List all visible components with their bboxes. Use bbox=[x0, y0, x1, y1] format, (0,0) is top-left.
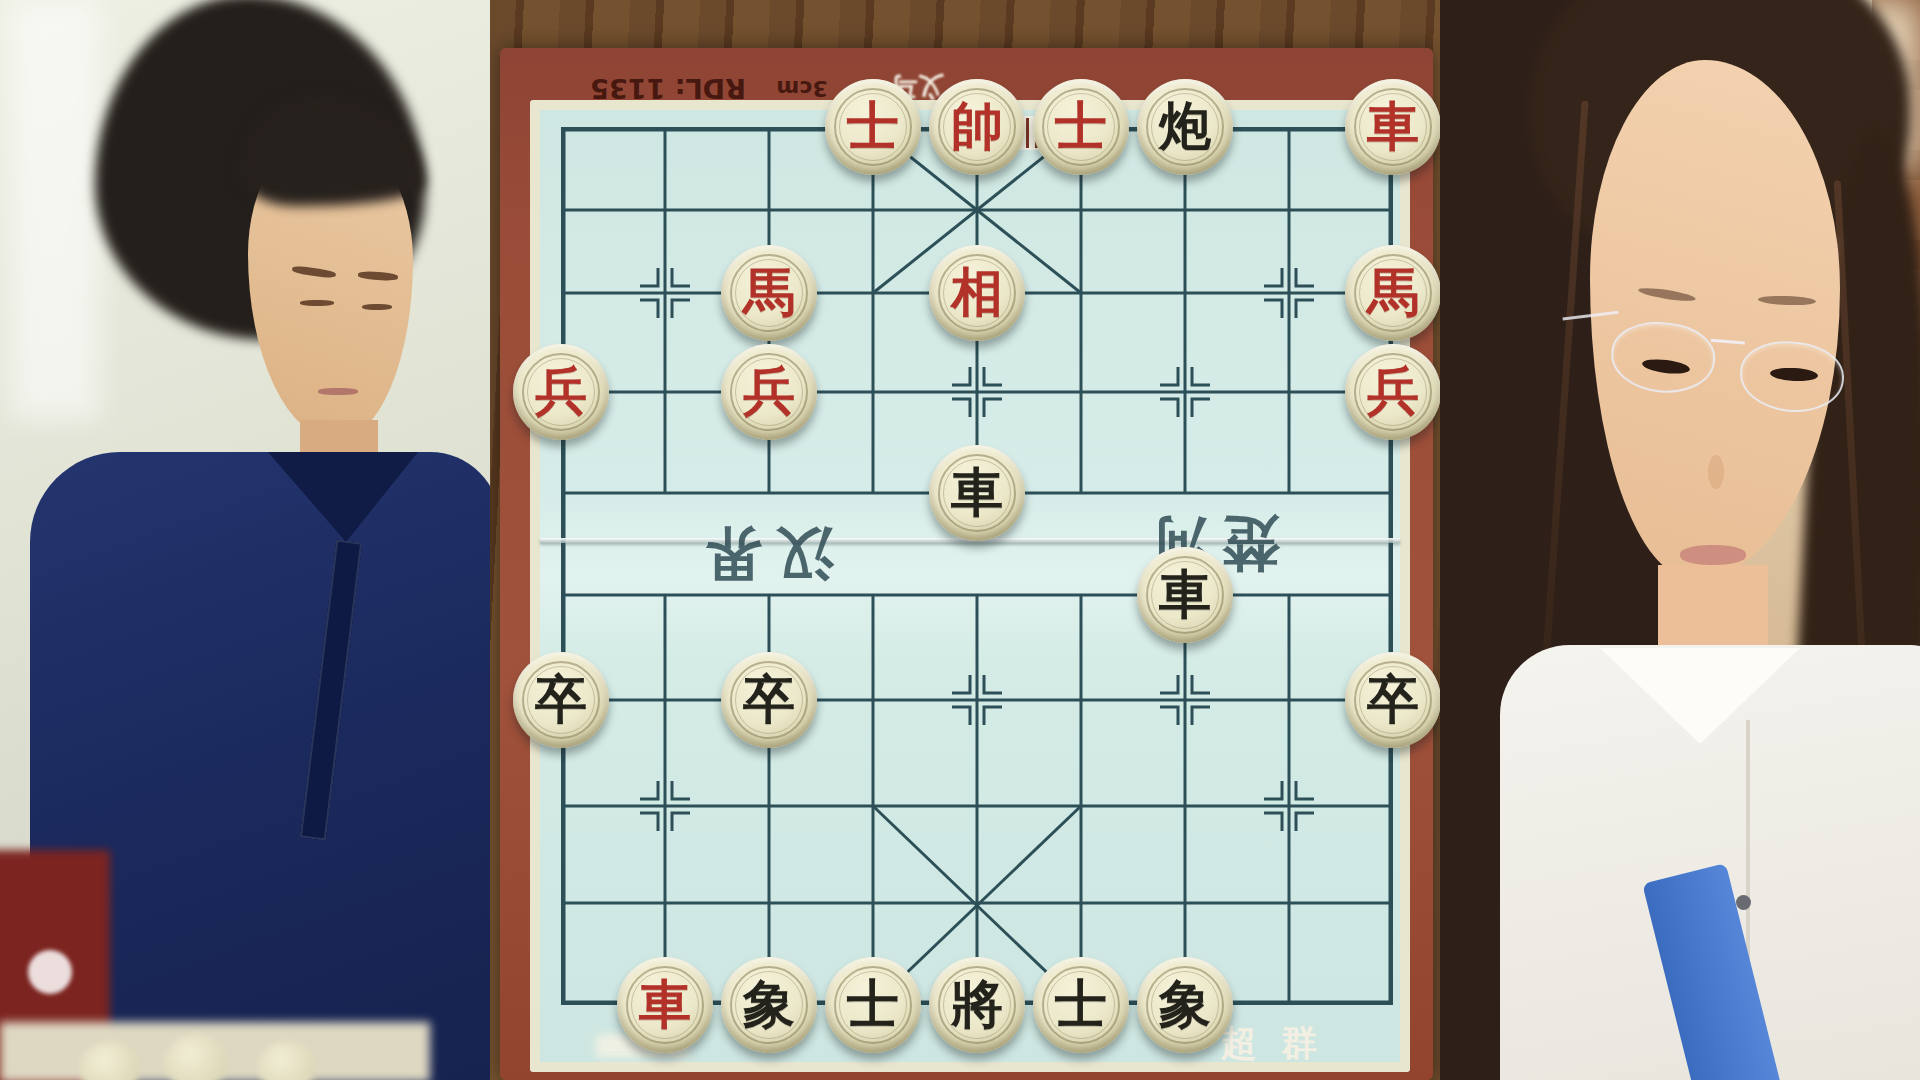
piece-character: 炮 bbox=[1159, 100, 1211, 152]
piece-character: 相 bbox=[951, 266, 1003, 318]
piece-character: 車 bbox=[639, 978, 691, 1030]
girl-nose bbox=[1708, 455, 1724, 489]
piece-black-elephant[interactable]: 象 bbox=[721, 957, 817, 1053]
piece-character: 將 bbox=[951, 978, 1003, 1030]
man-eye bbox=[300, 300, 334, 306]
man-mouth bbox=[318, 388, 358, 395]
piece-character: 象 bbox=[743, 978, 795, 1030]
glasses-lens bbox=[1608, 318, 1718, 397]
piece-red-chariot[interactable]: 車 bbox=[617, 957, 713, 1053]
piece-black-advisor[interactable]: 士 bbox=[1033, 957, 1129, 1053]
piece-character: 馬 bbox=[1367, 266, 1419, 318]
piece-black-cannon[interactable]: 炮 bbox=[1137, 79, 1233, 175]
piece-red-chariot[interactable]: 車 bbox=[1345, 79, 1440, 175]
glasses-bridge bbox=[1711, 339, 1745, 345]
piece-character: 象 bbox=[1159, 978, 1211, 1030]
piece-black-advisor[interactable]: 士 bbox=[825, 957, 921, 1053]
piece-character: 車 bbox=[1367, 100, 1419, 152]
piece-character: 士 bbox=[1055, 100, 1107, 152]
piece-red-soldier[interactable]: 兵 bbox=[513, 344, 609, 440]
girl-lips bbox=[1680, 545, 1746, 565]
left-player-photo bbox=[0, 0, 490, 1080]
piece-black-elephant[interactable]: 象 bbox=[1137, 957, 1233, 1053]
piece-red-horse[interactable]: 馬 bbox=[721, 245, 817, 341]
red-box-label bbox=[28, 950, 72, 994]
piece-red-advisor[interactable]: 士 bbox=[1033, 79, 1129, 175]
man-eye bbox=[362, 304, 392, 310]
piece-character: 兵 bbox=[535, 365, 587, 417]
piece-character: 馬 bbox=[743, 266, 795, 318]
shirt-button bbox=[1736, 895, 1751, 910]
pieces-layer: 士帥士炮車馬相馬兵兵兵車車卒卒卒車象士將士象 bbox=[500, 48, 1433, 1080]
piece-black-chariot[interactable]: 車 bbox=[1137, 547, 1233, 643]
window-glare bbox=[10, 0, 100, 420]
piece-character: 士 bbox=[1055, 978, 1107, 1030]
xiangqi-board: 汉界 楚河 RDL: 1135 3cm 义马 超 群 士帥士炮車馬相馬兵兵兵車車… bbox=[500, 48, 1433, 1080]
piece-character: 車 bbox=[1159, 568, 1211, 620]
piece-red-general[interactable]: 帥 bbox=[929, 79, 1025, 175]
piece-black-soldier[interactable]: 卒 bbox=[721, 652, 817, 748]
screenshot: 汉界 楚河 RDL: 1135 3cm 义马 超 群 士帥士炮車馬相馬兵兵兵車車… bbox=[0, 0, 1920, 1080]
piece-character: 兵 bbox=[1367, 365, 1419, 417]
piece-red-soldier[interactable]: 兵 bbox=[1345, 344, 1440, 440]
piece-black-general[interactable]: 將 bbox=[929, 957, 1025, 1053]
piece-character: 士 bbox=[847, 978, 899, 1030]
piece-red-horse[interactable]: 馬 bbox=[1345, 245, 1440, 341]
piece-character: 兵 bbox=[743, 365, 795, 417]
piece-character: 車 bbox=[951, 466, 1003, 518]
board-photo: 汉界 楚河 RDL: 1135 3cm 义马 超 群 士帥士炮車馬相馬兵兵兵車車… bbox=[490, 0, 1440, 1080]
piece-red-advisor[interactable]: 士 bbox=[825, 79, 921, 175]
piece-black-soldier[interactable]: 卒 bbox=[1345, 652, 1440, 748]
piece-character: 士 bbox=[847, 100, 899, 152]
piece-character: 卒 bbox=[535, 673, 587, 725]
piece-character: 卒 bbox=[1367, 673, 1419, 725]
right-player-photo bbox=[1440, 0, 1920, 1080]
piece-black-soldier[interactable]: 卒 bbox=[513, 652, 609, 748]
piece-character: 帥 bbox=[951, 100, 1003, 152]
piece-character: 卒 bbox=[743, 673, 795, 725]
piece-black-chariot[interactable]: 車 bbox=[929, 445, 1025, 541]
piece-red-elephant[interactable]: 相 bbox=[929, 245, 1025, 341]
piece-red-soldier[interactable]: 兵 bbox=[721, 344, 817, 440]
